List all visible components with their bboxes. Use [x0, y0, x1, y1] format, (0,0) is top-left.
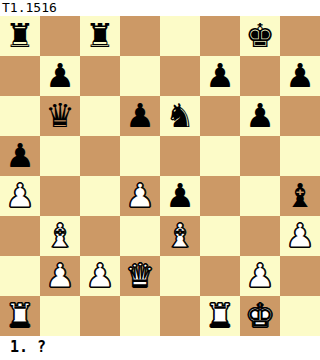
square-f5[interactable]: [200, 136, 240, 176]
piece-black-pawn: ♟: [45, 56, 75, 96]
square-b5[interactable]: [40, 136, 80, 176]
square-d8[interactable]: [120, 16, 160, 56]
piece-black-king: ♚: [245, 16, 275, 56]
square-b4[interactable]: [40, 176, 80, 216]
square-g5[interactable]: [240, 136, 280, 176]
square-c2[interactable]: ♟: [80, 256, 120, 296]
square-f8[interactable]: [200, 16, 240, 56]
square-h2[interactable]: [280, 256, 320, 296]
square-c4[interactable]: [80, 176, 120, 216]
square-f1[interactable]: ♜: [200, 296, 240, 336]
square-h6[interactable]: [280, 96, 320, 136]
move-prompt: 1. ?: [0, 336, 320, 360]
square-g3[interactable]: [240, 216, 280, 256]
square-c3[interactable]: [80, 216, 120, 256]
square-d4[interactable]: ♟: [120, 176, 160, 216]
square-b8[interactable]: [40, 16, 80, 56]
square-e5[interactable]: [160, 136, 200, 176]
square-e8[interactable]: [160, 16, 200, 56]
piece-black-pawn: ♟: [205, 56, 235, 96]
piece-white-bishop: ♝: [45, 216, 75, 256]
square-b6[interactable]: ♛: [40, 96, 80, 136]
square-h3[interactable]: ♟: [280, 216, 320, 256]
square-c6[interactable]: [80, 96, 120, 136]
piece-black-knight: ♞: [165, 96, 195, 136]
piece-black-pawn: ♟: [245, 96, 275, 136]
piece-white-pawn: ♟: [45, 256, 75, 296]
square-b2[interactable]: ♟: [40, 256, 80, 296]
square-a1[interactable]: ♜: [0, 296, 40, 336]
square-a4[interactable]: ♟: [0, 176, 40, 216]
square-h8[interactable]: [280, 16, 320, 56]
piece-white-rook: ♜: [5, 296, 35, 336]
piece-white-king: ♚: [245, 296, 275, 336]
square-a8[interactable]: ♜: [0, 16, 40, 56]
square-f7[interactable]: ♟: [200, 56, 240, 96]
square-e4[interactable]: ♟: [160, 176, 200, 216]
square-c7[interactable]: [80, 56, 120, 96]
square-d2[interactable]: ♛: [120, 256, 160, 296]
piece-white-pawn: ♟: [5, 176, 35, 216]
piece-black-rook: ♜: [85, 16, 115, 56]
square-e2[interactable]: [160, 256, 200, 296]
piece-white-bishop: ♝: [165, 216, 195, 256]
piece-black-bishop: ♝: [285, 176, 315, 216]
piece-white-queen: ♛: [125, 256, 155, 296]
square-c8[interactable]: ♜: [80, 16, 120, 56]
square-g2[interactable]: ♟: [240, 256, 280, 296]
piece-black-rook: ♜: [5, 16, 35, 56]
square-d1[interactable]: [120, 296, 160, 336]
square-e7[interactable]: [160, 56, 200, 96]
square-f3[interactable]: [200, 216, 240, 256]
square-f4[interactable]: [200, 176, 240, 216]
square-c5[interactable]: [80, 136, 120, 176]
square-b1[interactable]: [40, 296, 80, 336]
square-h7[interactable]: ♟: [280, 56, 320, 96]
square-b7[interactable]: ♟: [40, 56, 80, 96]
square-a7[interactable]: [0, 56, 40, 96]
square-a5[interactable]: ♟: [0, 136, 40, 176]
puzzle-id: T1.1516: [0, 0, 320, 16]
piece-black-pawn: ♟: [285, 56, 315, 96]
square-g1[interactable]: ♚: [240, 296, 280, 336]
square-d5[interactable]: [120, 136, 160, 176]
square-f6[interactable]: [200, 96, 240, 136]
square-h1[interactable]: [280, 296, 320, 336]
piece-black-pawn: ♟: [165, 176, 195, 216]
piece-white-pawn: ♟: [125, 176, 155, 216]
square-g4[interactable]: [240, 176, 280, 216]
square-f2[interactable]: [200, 256, 240, 296]
square-d6[interactable]: ♟: [120, 96, 160, 136]
square-c1[interactable]: [80, 296, 120, 336]
square-a3[interactable]: [0, 216, 40, 256]
square-g6[interactable]: ♟: [240, 96, 280, 136]
chess-board: ♜♜♚♟♟♟♛♟♞♟♟♟♟♟♝♝♝♟♟♟♛♟♜♜♚: [0, 16, 320, 336]
piece-white-pawn: ♟: [285, 216, 315, 256]
piece-white-pawn: ♟: [85, 256, 115, 296]
square-e1[interactable]: [160, 296, 200, 336]
piece-black-pawn: ♟: [125, 96, 155, 136]
square-e6[interactable]: ♞: [160, 96, 200, 136]
square-h5[interactable]: [280, 136, 320, 176]
square-d7[interactable]: [120, 56, 160, 96]
square-h4[interactable]: ♝: [280, 176, 320, 216]
piece-white-pawn: ♟: [245, 256, 275, 296]
square-g7[interactable]: [240, 56, 280, 96]
chess-puzzle-app: T1.1516 ♜♜♚♟♟♟♛♟♞♟♟♟♟♟♝♝♝♟♟♟♛♟♜♜♚ 1. ?: [0, 0, 320, 360]
square-g8[interactable]: ♚: [240, 16, 280, 56]
piece-black-queen: ♛: [45, 96, 75, 136]
piece-black-pawn: ♟: [5, 136, 35, 176]
square-b3[interactable]: ♝: [40, 216, 80, 256]
piece-white-rook: ♜: [205, 296, 235, 336]
square-a6[interactable]: [0, 96, 40, 136]
square-e3[interactable]: ♝: [160, 216, 200, 256]
square-d3[interactable]: [120, 216, 160, 256]
square-a2[interactable]: [0, 256, 40, 296]
